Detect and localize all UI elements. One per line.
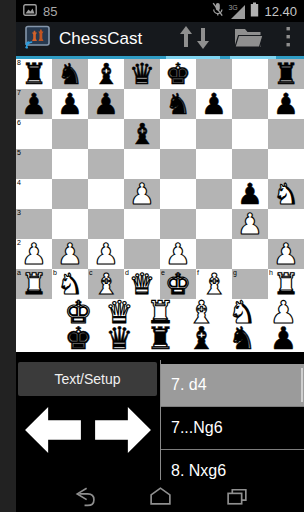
square-g3[interactable]: ♟ <box>232 209 268 239</box>
square-a4[interactable]: 4 <box>16 179 52 209</box>
coordinate-label: 3 <box>17 209 21 217</box>
coordinate-label: 8 <box>17 59 21 67</box>
white-pawn: ♟ <box>88 239 124 270</box>
square-e2[interactable]: ♟ <box>160 239 196 269</box>
coordinate-label: g <box>233 269 237 277</box>
square-e7[interactable]: ♞ <box>160 89 196 119</box>
white-pawn: ♟ <box>124 179 160 210</box>
square-d1[interactable]: d♛ <box>124 269 160 299</box>
square-c3[interactable] <box>88 209 124 239</box>
square-h2[interactable]: ♟ <box>268 239 304 269</box>
recents-icon[interactable] <box>225 486 250 507</box>
square-c7[interactable]: ♟ <box>88 89 124 119</box>
palette-black-king[interactable]: ♚ <box>58 325 99 351</box>
white-pawn: ♟ <box>52 239 88 270</box>
square-c2[interactable]: ♟ <box>88 239 124 269</box>
black-rook: ♜ <box>16 59 52 90</box>
square-b4[interactable] <box>52 179 88 209</box>
square-e1[interactable]: e♚ <box>160 269 196 299</box>
white-bishop: ♝ <box>196 269 232 300</box>
square-h5[interactable] <box>268 149 304 179</box>
square-h1[interactable]: h♜ <box>268 269 304 299</box>
black-pawn: ♟ <box>52 89 88 120</box>
app-title: ChessCast <box>59 29 142 49</box>
square-g6[interactable] <box>232 119 268 149</box>
black-pawn: ♟ <box>232 179 268 210</box>
square-d7[interactable] <box>124 89 160 119</box>
app-logo <box>24 25 51 54</box>
black-knight: ♞ <box>160 89 196 120</box>
home-icon[interactable] <box>148 486 173 507</box>
square-g5[interactable] <box>232 149 268 179</box>
previous-move-button[interactable] <box>23 404 81 460</box>
square-e4[interactable] <box>160 179 196 209</box>
square-b5[interactable] <box>52 149 88 179</box>
move-item-selected[interactable]: 7. d4 <box>161 364 304 407</box>
square-g2[interactable] <box>232 239 268 269</box>
coordinate-label: 5 <box>17 149 21 157</box>
square-g8[interactable] <box>232 59 268 89</box>
square-d2[interactable] <box>124 239 160 269</box>
black-king: ♚ <box>160 59 196 90</box>
image-notification-icon <box>23 4 37 19</box>
move-item[interactable]: 8. Nxg6 <box>161 450 304 480</box>
square-c6[interactable] <box>88 119 124 149</box>
palette-black-row: ♚♛♜♝♞♟ <box>58 325 304 351</box>
square-b2[interactable]: ♟ <box>52 239 88 269</box>
square-b6[interactable] <box>52 119 88 149</box>
notification-count: 85 <box>43 4 57 19</box>
next-move-button[interactable] <box>95 404 153 460</box>
square-f2[interactable] <box>196 239 232 269</box>
coordinate-label: h <box>269 269 273 277</box>
square-f7[interactable]: ♟ <box>196 89 232 119</box>
coordinate-label: 7 <box>17 89 21 97</box>
coordinate-label: c <box>89 269 93 277</box>
square-f3[interactable] <box>196 209 232 239</box>
status-bar: 85 3G <box>16 0 304 22</box>
square-f4[interactable] <box>196 179 232 209</box>
square-d5[interactable] <box>124 149 160 179</box>
phone-screen: 85 3G <box>16 0 304 512</box>
black-knight: ♞ <box>52 59 88 90</box>
square-a3[interactable]: 3 <box>16 209 52 239</box>
white-king: ♚ <box>160 269 196 300</box>
coordinate-label: e <box>161 269 165 277</box>
square-h3[interactable] <box>268 209 304 239</box>
open-folder-icon[interactable] <box>233 26 264 52</box>
square-a1[interactable]: a♜ <box>16 269 52 299</box>
signal-3g-icon: 3G <box>228 4 245 19</box>
piece-palette: ♚♛♜♝♞♟ ♚♛♜♝♞♟ <box>16 299 304 352</box>
android-nav-bar <box>16 480 304 512</box>
clock: 12.40 <box>264 4 297 19</box>
square-d4[interactable]: ♟ <box>124 179 160 209</box>
move-list[interactable]: 7. d47...Ng68. Nxg6 <box>160 360 304 480</box>
mic-muted-icon <box>212 2 223 20</box>
square-f8[interactable] <box>196 59 232 89</box>
white-rook: ♜ <box>16 269 52 300</box>
square-e5[interactable] <box>160 149 196 179</box>
bottom-panel: Text/Setup 7. d47...Ng68. Nxg6 <box>16 352 304 480</box>
white-pawn: ♟ <box>232 209 268 240</box>
square-c1[interactable]: c♝ <box>88 269 124 299</box>
square-g7[interactable] <box>232 89 268 119</box>
back-icon[interactable] <box>71 486 96 507</box>
square-h8[interactable]: ♜ <box>268 59 304 89</box>
square-a5[interactable]: 5 <box>16 149 52 179</box>
white-knight: ♞ <box>52 269 88 300</box>
square-a2[interactable]: 2♟ <box>16 239 52 269</box>
square-a8[interactable]: 8♜ <box>16 59 52 89</box>
square-h7[interactable]: ♟ <box>268 89 304 119</box>
square-b8[interactable]: ♞ <box>52 59 88 89</box>
palette-black-pawn[interactable]: ♟ <box>263 325 304 351</box>
white-pawn: ♟ <box>16 239 52 270</box>
square-b7[interactable]: ♟ <box>52 89 88 119</box>
square-d6[interactable]: ♝ <box>124 119 160 149</box>
coordinate-label: 2 <box>17 239 21 247</box>
square-f6[interactable] <box>196 119 232 149</box>
square-c4[interactable] <box>88 179 124 209</box>
coordinate-label: 6 <box>17 119 21 127</box>
palette-black-queen[interactable]: ♛ <box>99 325 140 351</box>
coordinate-label: f <box>197 269 199 277</box>
square-f5[interactable] <box>196 149 232 179</box>
move-item[interactable]: 7...Ng6 <box>161 407 304 450</box>
white-knight: ♞ <box>268 179 304 210</box>
black-rook: ♜ <box>268 59 304 90</box>
app-bar: ChessCast <box>16 22 304 56</box>
black-bishop: ♝ <box>124 119 160 150</box>
square-c5[interactable] <box>88 149 124 179</box>
palette-black-bishop[interactable]: ♝ <box>181 325 222 351</box>
black-pawn: ♟ <box>268 89 304 120</box>
square-e8[interactable]: ♚ <box>160 59 196 89</box>
palette-black-knight[interactable]: ♞ <box>222 325 263 351</box>
black-bishop: ♝ <box>88 59 124 90</box>
battery-icon <box>250 2 259 20</box>
white-pawn: ♟ <box>268 239 304 270</box>
black-queen: ♛ <box>124 59 160 90</box>
black-pawn: ♟ <box>16 89 52 120</box>
updown-arrows-icon[interactable] <box>180 26 211 53</box>
square-g4[interactable]: ♟ <box>232 179 268 209</box>
square-h6[interactable] <box>268 119 304 149</box>
square-d3[interactable] <box>124 209 160 239</box>
square-g1[interactable]: g <box>232 269 268 299</box>
square-b3[interactable] <box>52 209 88 239</box>
coordinate-label: b <box>53 269 57 277</box>
text-setup-button[interactable]: Text/Setup <box>18 362 157 396</box>
square-b1[interactable]: b♞ <box>52 269 88 299</box>
square-f1[interactable]: f♝ <box>196 269 232 299</box>
chess-board: 8♜♞♝♛♚♜7♟♟♟♞♟♟6♝54♟♟♞3♟2♟♟♟♟♟a♜b♞c♝d♛e♚f… <box>16 59 304 299</box>
white-bishop: ♝ <box>88 269 124 300</box>
overflow-menu-icon[interactable] <box>286 27 290 51</box>
palette-white-row: ♚♛♜♝♞♟ <box>58 299 304 325</box>
black-pawn: ♟ <box>196 89 232 120</box>
square-a6[interactable]: 6 <box>16 119 52 149</box>
white-pawn: ♟ <box>160 239 196 270</box>
square-a7[interactable]: 7♟ <box>16 89 52 119</box>
square-e6[interactable] <box>160 119 196 149</box>
palette-black-rook[interactable]: ♜ <box>140 325 181 351</box>
square-e3[interactable] <box>160 209 196 239</box>
coordinate-label: d <box>125 269 129 277</box>
square-d8[interactable]: ♛ <box>124 59 160 89</box>
square-h4[interactable]: ♞ <box>268 179 304 209</box>
square-c8[interactable]: ♝ <box>88 59 124 89</box>
black-pawn: ♟ <box>88 89 124 120</box>
white-rook: ♜ <box>268 269 304 300</box>
coordinate-label: a <box>17 269 21 277</box>
white-queen: ♛ <box>124 269 160 300</box>
coordinate-label: 4 <box>17 179 21 187</box>
